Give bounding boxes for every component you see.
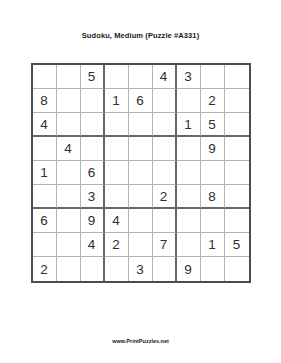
- cell-r6c4: [105, 185, 129, 209]
- cell-r7c8: [201, 209, 225, 233]
- cell-r4c2: 4: [57, 137, 81, 161]
- cell-r3c5: [129, 113, 153, 137]
- cell-r9c2: [57, 257, 81, 281]
- cell-r2c4: 1: [105, 89, 129, 113]
- cell-r2c3: [81, 89, 105, 113]
- cell-r2c1: 8: [33, 89, 57, 113]
- cell-r6c9: [225, 185, 249, 209]
- cell-r5c4: [105, 161, 129, 185]
- cell-r9c6: [153, 257, 177, 281]
- cell-r9c8: [201, 257, 225, 281]
- cell-r1c7: 3: [177, 65, 201, 89]
- cell-r5c7: [177, 161, 201, 185]
- cell-r8c2: [57, 233, 81, 257]
- cell-r9c4: [105, 257, 129, 281]
- cell-r6c6: 2: [153, 185, 177, 209]
- cell-r7c6: [153, 209, 177, 233]
- cell-r7c1: 6: [33, 209, 57, 233]
- cell-r7c3: 9: [81, 209, 105, 233]
- cell-r3c8: 5: [201, 113, 225, 137]
- cell-r6c1: [33, 185, 57, 209]
- cell-r4c9: [225, 137, 249, 161]
- cell-r3c7: 1: [177, 113, 201, 137]
- cell-r1c8: [201, 65, 225, 89]
- sudoku-board: 5438162415491632869442715239: [31, 63, 251, 283]
- cell-r6c8: 8: [201, 185, 225, 209]
- cell-r6c3: 3: [81, 185, 105, 209]
- cell-r4c7: [177, 137, 201, 161]
- cell-r7c7: [177, 209, 201, 233]
- cell-r2c2: [57, 89, 81, 113]
- cell-r5c8: [201, 161, 225, 185]
- cell-r2c9: [225, 89, 249, 113]
- cell-r4c3: [81, 137, 105, 161]
- cell-r7c4: 4: [105, 209, 129, 233]
- cell-r1c9: [225, 65, 249, 89]
- cell-r5c5: [129, 161, 153, 185]
- cell-r3c3: [81, 113, 105, 137]
- cell-r1c4: [105, 65, 129, 89]
- cell-r5c9: [225, 161, 249, 185]
- cell-r4c4: [105, 137, 129, 161]
- cell-r9c7: 9: [177, 257, 201, 281]
- cell-r5c2: [57, 161, 81, 185]
- cell-r3c4: [105, 113, 129, 137]
- cell-r7c2: [57, 209, 81, 233]
- footer-url: www.PrintPuzzles.net: [0, 338, 281, 344]
- cell-r4c6: [153, 137, 177, 161]
- cell-r8c6: 7: [153, 233, 177, 257]
- cell-r5c3: 6: [81, 161, 105, 185]
- puzzle-title: Sudoku, Medium (Puzzle #A331): [0, 31, 281, 40]
- cell-r5c6: [153, 161, 177, 185]
- cell-r1c2: [57, 65, 81, 89]
- cell-r6c7: [177, 185, 201, 209]
- cell-r7c5: [129, 209, 153, 233]
- cell-r4c5: [129, 137, 153, 161]
- cell-r8c4: 2: [105, 233, 129, 257]
- cell-r8c8: 1: [201, 233, 225, 257]
- cell-r3c1: 4: [33, 113, 57, 137]
- cell-r7c9: [225, 209, 249, 233]
- cell-r3c9: [225, 113, 249, 137]
- cell-r8c1: [33, 233, 57, 257]
- cell-r8c7: [177, 233, 201, 257]
- cell-r4c8: 9: [201, 137, 225, 161]
- cell-r2c5: 6: [129, 89, 153, 113]
- cell-r2c7: [177, 89, 201, 113]
- cell-r9c5: 3: [129, 257, 153, 281]
- cell-r8c9: 5: [225, 233, 249, 257]
- cell-r3c6: [153, 113, 177, 137]
- cell-r3c2: [57, 113, 81, 137]
- cell-r1c1: [33, 65, 57, 89]
- cell-r9c1: 2: [33, 257, 57, 281]
- cell-r8c5: [129, 233, 153, 257]
- cell-r8c3: 4: [81, 233, 105, 257]
- cell-r9c9: [225, 257, 249, 281]
- cell-r6c5: [129, 185, 153, 209]
- cell-r2c6: [153, 89, 177, 113]
- cell-r9c3: [81, 257, 105, 281]
- puzzle-page: Sudoku, Medium (Puzzle #A331) 5438162415…: [0, 0, 281, 363]
- cell-r6c2: [57, 185, 81, 209]
- cell-r1c3: 5: [81, 65, 105, 89]
- cell-r2c8: 2: [201, 89, 225, 113]
- cell-r1c6: 4: [153, 65, 177, 89]
- cell-r1c5: [129, 65, 153, 89]
- cell-r4c1: [33, 137, 57, 161]
- cell-r5c1: 1: [33, 161, 57, 185]
